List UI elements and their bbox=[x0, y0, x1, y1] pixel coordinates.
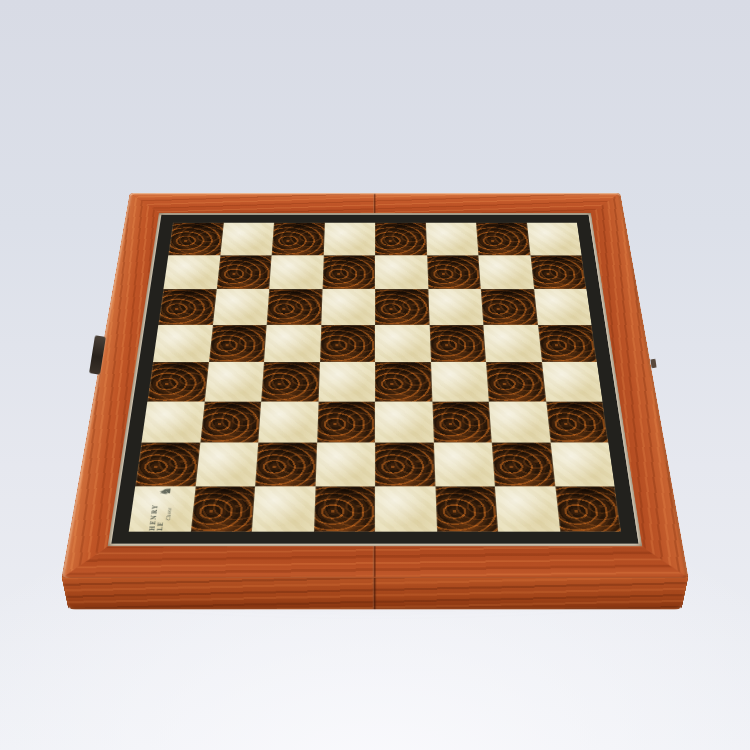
square-f3 bbox=[432, 401, 492, 442]
fold-seam-top bbox=[373, 193, 376, 214]
square-f7 bbox=[427, 255, 481, 289]
squares-grid: HENRY LE Chess ♞ bbox=[129, 223, 622, 532]
square-a5 bbox=[153, 325, 213, 362]
square-g7 bbox=[478, 255, 533, 289]
square-a8 bbox=[168, 223, 223, 255]
square-a4 bbox=[147, 362, 208, 401]
square-e4 bbox=[375, 362, 432, 401]
square-b1 bbox=[190, 486, 255, 532]
square-h7 bbox=[530, 255, 587, 289]
photo-backdrop: HENRY LE Chess ♞ bbox=[0, 0, 750, 750]
square-h8 bbox=[527, 223, 582, 255]
square-d4 bbox=[318, 362, 375, 401]
square-c6 bbox=[267, 289, 322, 325]
fold-seam-front bbox=[373, 577, 376, 609]
square-e5 bbox=[375, 325, 431, 362]
square-a3 bbox=[141, 401, 204, 442]
square-e3 bbox=[375, 401, 433, 442]
square-b5 bbox=[209, 325, 267, 362]
chessboard: HENRY LE Chess ♞ bbox=[62, 193, 689, 578]
square-g5 bbox=[483, 325, 541, 362]
square-c8 bbox=[272, 223, 325, 255]
square-e2 bbox=[375, 443, 435, 486]
square-b3 bbox=[200, 401, 261, 442]
square-b6 bbox=[213, 289, 270, 325]
square-d5 bbox=[320, 325, 376, 362]
square-g4 bbox=[486, 362, 546, 401]
square-c1 bbox=[252, 486, 315, 532]
square-d7 bbox=[322, 255, 375, 289]
square-d1 bbox=[313, 486, 375, 532]
square-h2 bbox=[550, 443, 615, 486]
square-f4 bbox=[431, 362, 489, 401]
right-clasp-hardware bbox=[650, 359, 656, 369]
square-c4 bbox=[261, 362, 319, 401]
square-b7 bbox=[216, 255, 271, 289]
square-g1 bbox=[495, 486, 560, 532]
square-e8 bbox=[375, 223, 427, 255]
square-h5 bbox=[537, 325, 597, 362]
square-d6 bbox=[321, 289, 375, 325]
square-h6 bbox=[534, 289, 592, 325]
board-front-edge bbox=[62, 577, 688, 609]
square-e6 bbox=[375, 289, 429, 325]
square-c2 bbox=[255, 443, 316, 486]
square-d8 bbox=[323, 223, 375, 255]
square-e1 bbox=[375, 486, 437, 532]
square-a1 bbox=[129, 486, 195, 532]
square-g8 bbox=[476, 223, 530, 255]
square-c7 bbox=[269, 255, 323, 289]
square-h3 bbox=[546, 401, 609, 442]
square-b2 bbox=[195, 443, 258, 486]
square-g3 bbox=[489, 401, 550, 442]
square-f1 bbox=[435, 486, 498, 532]
square-a7 bbox=[163, 255, 220, 289]
square-d3 bbox=[317, 401, 375, 442]
square-e7 bbox=[375, 255, 428, 289]
square-a2 bbox=[135, 443, 200, 486]
square-f6 bbox=[428, 289, 483, 325]
square-a6 bbox=[158, 289, 216, 325]
square-b8 bbox=[220, 223, 274, 255]
square-h1 bbox=[555, 486, 621, 532]
square-f8 bbox=[426, 223, 479, 255]
square-g2 bbox=[492, 443, 555, 486]
square-f2 bbox=[433, 443, 494, 486]
square-b4 bbox=[204, 362, 264, 401]
square-f5 bbox=[429, 325, 486, 362]
square-c5 bbox=[264, 325, 321, 362]
square-h4 bbox=[542, 362, 603, 401]
square-g6 bbox=[481, 289, 538, 325]
square-d2 bbox=[315, 443, 375, 486]
square-c3 bbox=[258, 401, 318, 442]
